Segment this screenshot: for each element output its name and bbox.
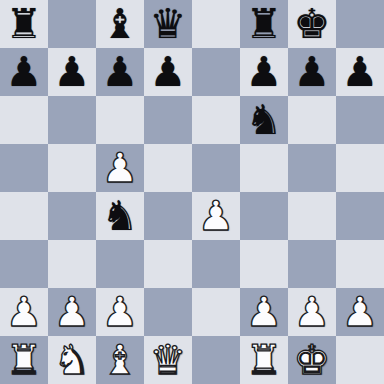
square-b7[interactable]: ♟ — [48, 48, 96, 96]
square-f6[interactable]: ♞ — [240, 96, 288, 144]
black-bishop-piece[interactable]: ♝ — [102, 0, 139, 48]
square-e7[interactable] — [192, 48, 240, 96]
white-pawn-piece[interactable]: ♟ — [246, 288, 283, 336]
square-c3[interactable] — [96, 240, 144, 288]
square-a8[interactable]: ♜ — [0, 0, 48, 48]
white-pawn-piece[interactable]: ♟ — [54, 288, 91, 336]
black-pawn-piece[interactable]: ♟ — [6, 48, 43, 96]
square-h1[interactable] — [336, 336, 384, 384]
square-f1[interactable]: ♜ — [240, 336, 288, 384]
square-a1[interactable]: ♜ — [0, 336, 48, 384]
square-d8[interactable]: ♛ — [144, 0, 192, 48]
square-h4[interactable] — [336, 192, 384, 240]
black-pawn-piece[interactable]: ♟ — [246, 48, 283, 96]
black-pawn-piece[interactable]: ♟ — [150, 48, 187, 96]
square-c1[interactable]: ♝ — [96, 336, 144, 384]
square-e5[interactable] — [192, 144, 240, 192]
square-d2[interactable] — [144, 288, 192, 336]
white-pawn-piece[interactable]: ♟ — [342, 288, 379, 336]
square-h6[interactable] — [336, 96, 384, 144]
square-h2[interactable]: ♟ — [336, 288, 384, 336]
square-a2[interactable]: ♟ — [0, 288, 48, 336]
white-king-piece[interactable]: ♚ — [294, 336, 331, 384]
square-d5[interactable] — [144, 144, 192, 192]
square-f4[interactable] — [240, 192, 288, 240]
square-g5[interactable] — [288, 144, 336, 192]
white-pawn-piece[interactable]: ♟ — [102, 288, 139, 336]
square-d7[interactable]: ♟ — [144, 48, 192, 96]
square-g6[interactable] — [288, 96, 336, 144]
black-pawn-piece[interactable]: ♟ — [102, 48, 139, 96]
square-e6[interactable] — [192, 96, 240, 144]
square-e2[interactable] — [192, 288, 240, 336]
square-d6[interactable] — [144, 96, 192, 144]
black-pawn-piece[interactable]: ♟ — [342, 48, 379, 96]
square-h7[interactable]: ♟ — [336, 48, 384, 96]
square-e3[interactable] — [192, 240, 240, 288]
square-a4[interactable] — [0, 192, 48, 240]
white-rook-piece[interactable]: ♜ — [246, 336, 283, 384]
square-c2[interactable]: ♟ — [96, 288, 144, 336]
square-d3[interactable] — [144, 240, 192, 288]
black-king-piece[interactable]: ♚ — [294, 0, 331, 48]
square-a5[interactable] — [0, 144, 48, 192]
square-c7[interactable]: ♟ — [96, 48, 144, 96]
square-g8[interactable]: ♚ — [288, 0, 336, 48]
square-g7[interactable]: ♟ — [288, 48, 336, 96]
square-f5[interactable] — [240, 144, 288, 192]
black-knight-piece[interactable]: ♞ — [246, 96, 283, 144]
square-f8[interactable]: ♜ — [240, 0, 288, 48]
square-e1[interactable] — [192, 336, 240, 384]
white-pawn-piece[interactable]: ♟ — [198, 192, 235, 240]
square-f7[interactable]: ♟ — [240, 48, 288, 96]
square-h5[interactable] — [336, 144, 384, 192]
white-pawn-piece[interactable]: ♟ — [294, 288, 331, 336]
square-c8[interactable]: ♝ — [96, 0, 144, 48]
white-pawn-piece[interactable]: ♟ — [102, 144, 139, 192]
white-knight-piece[interactable]: ♞ — [54, 336, 91, 384]
square-b4[interactable] — [48, 192, 96, 240]
white-pawn-piece[interactable]: ♟ — [6, 288, 43, 336]
square-d1[interactable]: ♛ — [144, 336, 192, 384]
square-d4[interactable] — [144, 192, 192, 240]
square-f2[interactable]: ♟ — [240, 288, 288, 336]
black-pawn-piece[interactable]: ♟ — [54, 48, 91, 96]
white-queen-piece[interactable]: ♛ — [150, 336, 187, 384]
square-c5[interactable]: ♟ — [96, 144, 144, 192]
square-g4[interactable] — [288, 192, 336, 240]
square-g3[interactable] — [288, 240, 336, 288]
square-a7[interactable]: ♟ — [0, 48, 48, 96]
square-c4[interactable]: ♞ — [96, 192, 144, 240]
white-bishop-piece[interactable]: ♝ — [102, 336, 139, 384]
square-b3[interactable] — [48, 240, 96, 288]
square-b8[interactable] — [48, 0, 96, 48]
black-rook-piece[interactable]: ♜ — [6, 0, 43, 48]
black-queen-piece[interactable]: ♛ — [150, 0, 187, 48]
white-rook-piece[interactable]: ♜ — [6, 336, 43, 384]
square-h8[interactable] — [336, 0, 384, 48]
square-b6[interactable] — [48, 96, 96, 144]
square-f3[interactable] — [240, 240, 288, 288]
square-b5[interactable] — [48, 144, 96, 192]
square-e8[interactable] — [192, 0, 240, 48]
square-h3[interactable] — [336, 240, 384, 288]
square-b1[interactable]: ♞ — [48, 336, 96, 384]
square-b2[interactable]: ♟ — [48, 288, 96, 336]
black-knight-piece[interactable]: ♞ — [102, 192, 139, 240]
square-e4[interactable]: ♟ — [192, 192, 240, 240]
chess-board: ♜♝♛♜♚♟♟♟♟♟♟♟♞♟♞♟♟♟♟♟♟♟♜♞♝♛♜♚ — [0, 0, 384, 384]
square-g1[interactable]: ♚ — [288, 336, 336, 384]
square-c6[interactable] — [96, 96, 144, 144]
square-a3[interactable] — [0, 240, 48, 288]
black-rook-piece[interactable]: ♜ — [246, 0, 283, 48]
square-g2[interactable]: ♟ — [288, 288, 336, 336]
square-a6[interactable] — [0, 96, 48, 144]
black-pawn-piece[interactable]: ♟ — [294, 48, 331, 96]
